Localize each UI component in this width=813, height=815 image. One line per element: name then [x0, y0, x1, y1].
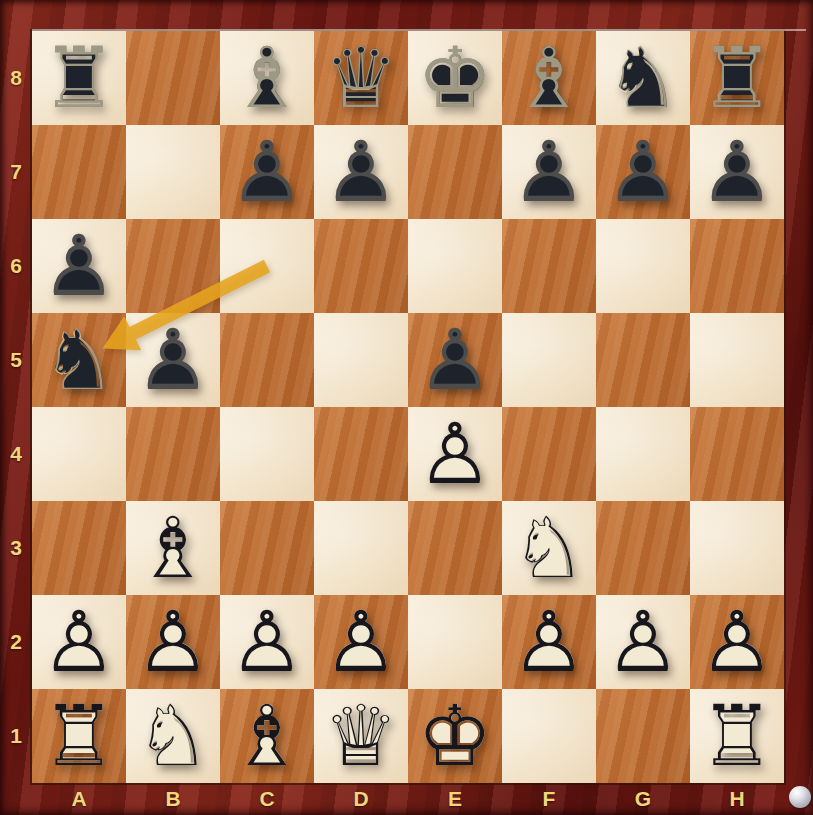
square-c3[interactable] [220, 501, 314, 595]
piece-black-pawn-d7[interactable]: ♟♙ [314, 125, 408, 219]
square-h1[interactable]: ♜♖ [690, 689, 784, 783]
square-e5[interactable]: ♟♙ [408, 313, 502, 407]
piece-black-rook-a8[interactable]: ♜♖ [32, 31, 126, 125]
square-c5[interactable] [220, 313, 314, 407]
square-g3[interactable] [596, 501, 690, 595]
rank-label-8: 8 [0, 31, 32, 125]
rank-label-7: 7 [0, 125, 32, 219]
white-pawn-glyph: ♟ [41, 600, 116, 684]
black-pawn-outline: ♙ [417, 318, 492, 402]
white-pawn-glyph: ♟ [605, 600, 680, 684]
piece-black-pawn-a6[interactable]: ♟♙ [32, 219, 126, 313]
white-bishop-glyph: ♝ [135, 506, 210, 590]
black-pawn-glyph: ♟ [41, 224, 116, 308]
piece-white-rook-a1[interactable]: ♜♖ [32, 689, 126, 783]
piece-white-knight-f3[interactable]: ♞♘ [502, 501, 596, 595]
square-g2[interactable]: ♟♙ [596, 595, 690, 689]
black-rook-outline: ♖ [41, 36, 116, 120]
white-rook-outline: ♖ [41, 694, 116, 778]
rank-label-1: 1 [0, 689, 32, 783]
file-label-e: E [408, 783, 502, 815]
square-b6[interactable] [126, 219, 220, 313]
square-e1[interactable]: ♚♔ [408, 689, 502, 783]
black-bishop-outline: ♗ [511, 36, 586, 120]
white-rook-outline: ♖ [699, 694, 774, 778]
corner-sphere-ornament [789, 786, 811, 808]
piece-black-pawn-f7[interactable]: ♟♙ [502, 125, 596, 219]
square-b1[interactable]: ♞♘ [126, 689, 220, 783]
black-knight-outline: ♘ [41, 318, 116, 402]
piece-white-pawn-e4[interactable]: ♟♙ [408, 407, 502, 501]
black-king-glyph: ♚ [417, 36, 492, 120]
square-h4[interactable] [690, 407, 784, 501]
white-knight-glyph: ♞ [135, 694, 210, 778]
white-pawn-glyph: ♟ [323, 600, 398, 684]
square-b2[interactable]: ♟♙ [126, 595, 220, 689]
piece-white-queen-d1[interactable]: ♛♕ [314, 689, 408, 783]
square-a8[interactable]: ♜♖ [32, 31, 126, 125]
square-f5[interactable] [502, 313, 596, 407]
square-c1[interactable]: ♝♗ [220, 689, 314, 783]
white-pawn-outline: ♙ [511, 600, 586, 684]
square-e7[interactable] [408, 125, 502, 219]
black-bishop-glyph: ♝ [229, 36, 304, 120]
square-d5[interactable] [314, 313, 408, 407]
black-knight-glyph: ♞ [41, 318, 116, 402]
square-f2[interactable]: ♟♙ [502, 595, 596, 689]
square-a5[interactable]: ♞♘ [32, 313, 126, 407]
square-f6[interactable] [502, 219, 596, 313]
piece-black-king-e8[interactable]: ♚♔ [408, 31, 502, 125]
black-pawn-glyph: ♟ [605, 130, 680, 214]
square-g1[interactable] [596, 689, 690, 783]
square-a6[interactable]: ♟♙ [32, 219, 126, 313]
piece-black-queen-d8[interactable]: ♛♕ [314, 31, 408, 125]
file-labels: ABCDEFGH [32, 783, 784, 815]
white-queen-glyph: ♛ [323, 694, 398, 778]
square-c4[interactable] [220, 407, 314, 501]
square-d7[interactable]: ♟♙ [314, 125, 408, 219]
white-knight-outline: ♘ [511, 506, 586, 590]
white-rook-glyph: ♜ [699, 694, 774, 778]
square-h2[interactable]: ♟♙ [690, 595, 784, 689]
square-d3[interactable] [314, 501, 408, 595]
square-h3[interactable] [690, 501, 784, 595]
square-d1[interactable]: ♛♕ [314, 689, 408, 783]
piece-black-pawn-c7[interactable]: ♟♙ [220, 125, 314, 219]
square-b8[interactable] [126, 31, 220, 125]
square-e3[interactable] [408, 501, 502, 595]
square-e2[interactable] [408, 595, 502, 689]
piece-white-pawn-h2[interactable]: ♟♙ [690, 595, 784, 689]
square-a4[interactable] [32, 407, 126, 501]
square-a3[interactable] [32, 501, 126, 595]
piece-white-pawn-b2[interactable]: ♟♙ [126, 595, 220, 689]
chess-diagram: ♜♖♝♗♛♕♚♔♝♗♞♘♜♖♟♙♟♙♟♙♟♙♟♙♟♙♞♘♟♙♟♙♟♙♝♗♞♘♟♙… [0, 0, 813, 815]
piece-white-king-e1[interactable]: ♚♔ [408, 689, 502, 783]
black-bishop-outline: ♗ [229, 36, 304, 120]
black-pawn-glyph: ♟ [417, 318, 492, 402]
board-edge-highlight [32, 29, 806, 31]
square-c2[interactable]: ♟♙ [220, 595, 314, 689]
square-h5[interactable] [690, 313, 784, 407]
square-g5[interactable] [596, 313, 690, 407]
black-pawn-outline: ♙ [229, 130, 304, 214]
white-pawn-outline: ♙ [605, 600, 680, 684]
black-pawn-glyph: ♟ [323, 130, 398, 214]
square-e4[interactable]: ♟♙ [408, 407, 502, 501]
file-label-c: C [220, 783, 314, 815]
black-pawn-outline: ♙ [135, 318, 210, 402]
square-h8[interactable]: ♜♖ [690, 31, 784, 125]
white-pawn-glyph: ♟ [699, 600, 774, 684]
piece-white-rook-h1[interactable]: ♜♖ [690, 689, 784, 783]
square-g8[interactable]: ♞♘ [596, 31, 690, 125]
black-pawn-outline: ♙ [605, 130, 680, 214]
square-a1[interactable]: ♜♖ [32, 689, 126, 783]
white-king-glyph: ♚ [417, 694, 492, 778]
square-a2[interactable]: ♟♙ [32, 595, 126, 689]
square-e6[interactable] [408, 219, 502, 313]
square-c8[interactable]: ♝♗ [220, 31, 314, 125]
square-d8[interactable]: ♛♕ [314, 31, 408, 125]
black-queen-glyph: ♛ [323, 36, 398, 120]
piece-black-rook-h8[interactable]: ♜♖ [690, 31, 784, 125]
black-rook-glyph: ♜ [699, 36, 774, 120]
file-label-d: D [314, 783, 408, 815]
white-king-outline: ♔ [417, 694, 492, 778]
white-knight-glyph: ♞ [511, 506, 586, 590]
black-pawn-glyph: ♟ [699, 130, 774, 214]
square-c6[interactable] [220, 219, 314, 313]
white-bishop-glyph: ♝ [229, 694, 304, 778]
black-pawn-outline: ♙ [511, 130, 586, 214]
white-pawn-outline: ♙ [229, 600, 304, 684]
square-d2[interactable]: ♟♙ [314, 595, 408, 689]
piece-white-bishop-c1[interactable]: ♝♗ [220, 689, 314, 783]
white-rook-glyph: ♜ [41, 694, 116, 778]
piece-black-pawn-b5[interactable]: ♟♙ [126, 313, 220, 407]
square-d6[interactable] [314, 219, 408, 313]
piece-white-pawn-c2[interactable]: ♟♙ [220, 595, 314, 689]
square-g4[interactable] [596, 407, 690, 501]
file-label-h: H [690, 783, 784, 815]
piece-black-pawn-g7[interactable]: ♟♙ [596, 125, 690, 219]
black-queen-outline: ♕ [323, 36, 398, 120]
rank-label-2: 2 [0, 595, 32, 689]
white-pawn-glyph: ♟ [417, 412, 492, 496]
black-pawn-outline: ♙ [323, 130, 398, 214]
piece-white-bishop-b3[interactable]: ♝♗ [126, 501, 220, 595]
square-h6[interactable] [690, 219, 784, 313]
black-pawn-outline: ♙ [41, 224, 116, 308]
square-b7[interactable] [126, 125, 220, 219]
white-pawn-outline: ♙ [699, 600, 774, 684]
file-label-b: B [126, 783, 220, 815]
piece-white-pawn-f2[interactable]: ♟♙ [502, 595, 596, 689]
square-d4[interactable] [314, 407, 408, 501]
square-a7[interactable] [32, 125, 126, 219]
black-knight-outline: ♘ [605, 36, 680, 120]
black-rook-glyph: ♜ [41, 36, 116, 120]
square-c7[interactable]: ♟♙ [220, 125, 314, 219]
square-f7[interactable]: ♟♙ [502, 125, 596, 219]
file-label-a: A [32, 783, 126, 815]
square-b3[interactable]: ♝♗ [126, 501, 220, 595]
white-pawn-outline: ♙ [41, 600, 116, 684]
square-b5[interactable]: ♟♙ [126, 313, 220, 407]
file-label-f: F [502, 783, 596, 815]
black-pawn-glyph: ♟ [229, 130, 304, 214]
square-g7[interactable]: ♟♙ [596, 125, 690, 219]
file-label-g: G [596, 783, 690, 815]
rank-labels: 87654321 [0, 31, 32, 783]
black-pawn-glyph: ♟ [511, 130, 586, 214]
black-knight-glyph: ♞ [605, 36, 680, 120]
square-e8[interactable]: ♚♔ [408, 31, 502, 125]
white-pawn-outline: ♙ [135, 600, 210, 684]
black-rook-outline: ♖ [699, 36, 774, 120]
rank-label-3: 3 [0, 501, 32, 595]
square-g6[interactable] [596, 219, 690, 313]
white-bishop-outline: ♗ [135, 506, 210, 590]
square-f1[interactable] [502, 689, 596, 783]
piece-black-bishop-c8[interactable]: ♝♗ [220, 31, 314, 125]
black-king-outline: ♔ [417, 36, 492, 120]
square-f4[interactable] [502, 407, 596, 501]
piece-black-pawn-h7[interactable]: ♟♙ [690, 125, 784, 219]
piece-black-knight-g8[interactable]: ♞♘ [596, 31, 690, 125]
white-pawn-outline: ♙ [323, 600, 398, 684]
square-f3[interactable]: ♞♘ [502, 501, 596, 595]
white-pawn-glyph: ♟ [135, 600, 210, 684]
piece-white-knight-b1[interactable]: ♞♘ [126, 689, 220, 783]
white-pawn-glyph: ♟ [229, 600, 304, 684]
piece-white-pawn-g2[interactable]: ♟♙ [596, 595, 690, 689]
black-pawn-outline: ♙ [699, 130, 774, 214]
piece-black-bishop-f8[interactable]: ♝♗ [502, 31, 596, 125]
piece-white-pawn-d2[interactable]: ♟♙ [314, 595, 408, 689]
piece-white-pawn-a2[interactable]: ♟♙ [32, 595, 126, 689]
white-pawn-outline: ♙ [417, 412, 492, 496]
rank-label-6: 6 [0, 219, 32, 313]
white-bishop-outline: ♗ [229, 694, 304, 778]
white-pawn-glyph: ♟ [511, 600, 586, 684]
piece-black-pawn-e5[interactable]: ♟♙ [408, 313, 502, 407]
white-queen-outline: ♕ [323, 694, 398, 778]
square-f8[interactable]: ♝♗ [502, 31, 596, 125]
chess-board: ♜♖♝♗♛♕♚♔♝♗♞♘♜♖♟♙♟♙♟♙♟♙♟♙♟♙♞♘♟♙♟♙♟♙♝♗♞♘♟♙… [32, 31, 784, 783]
white-knight-outline: ♘ [135, 694, 210, 778]
black-bishop-glyph: ♝ [511, 36, 586, 120]
piece-black-knight-a5[interactable]: ♞♘ [32, 313, 126, 407]
rank-label-4: 4 [0, 407, 32, 501]
square-h7[interactable]: ♟♙ [690, 125, 784, 219]
rank-label-5: 5 [0, 313, 32, 407]
black-pawn-glyph: ♟ [135, 318, 210, 402]
square-b4[interactable] [126, 407, 220, 501]
